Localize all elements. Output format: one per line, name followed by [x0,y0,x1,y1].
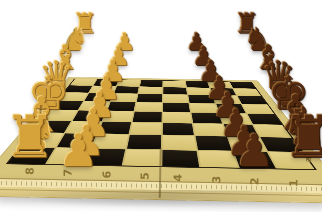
rank-label-4: 4 [172,174,183,182]
board-square[interactable] [137,94,162,102]
board-square[interactable] [163,94,188,102]
board-square[interactable] [163,123,194,135]
board-square[interactable] [130,122,161,134]
board-square[interactable] [163,103,190,112]
chess-set-photo: 87654321a ♜♞♝♛♚♝♞♜♟♟♟♟♟♟♟♟♜♞♝♛♚♝♞♜♟♟♟♟♟♟… [0,0,322,212]
chess-piece-black-pawn[interactable]: ♟ [234,128,274,173]
rank-label-2: 2 [249,177,260,185]
rank-label-5: 5 [139,172,150,180]
rank-label-6: 6 [101,171,112,179]
board-square[interactable] [162,150,199,167]
board-square[interactable] [140,80,162,87]
board-square[interactable] [139,87,163,94]
board-square[interactable] [163,81,185,88]
board-square[interactable] [163,87,187,94]
rank-label-1: 1 [288,179,299,187]
board-square[interactable] [124,149,161,166]
board-square[interactable] [163,112,192,123]
board-square[interactable] [133,112,162,123]
chess-piece-white-pawn[interactable]: ♟ [58,128,98,173]
coordinate-labels: 87654321a [4,0,322,3]
rank-label-3: 3 [211,176,222,184]
board-square[interactable] [127,135,161,149]
board-square[interactable] [163,135,197,149]
chess-piece-black-rook[interactable]: ♜ [283,108,322,166]
board-square[interactable] [135,102,162,111]
chess-piece-white-rook[interactable]: ♜ [4,108,56,166]
board-shadow [6,190,318,208]
